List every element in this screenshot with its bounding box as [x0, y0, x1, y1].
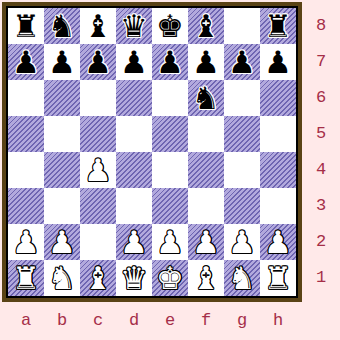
board-frame: ♜♞♝♛♚♝♜♟♟♟♟♟♟♟♟♞♟♟♟♟♟♟♟♟♜♞♝♛♚♝♞♜: [2, 2, 302, 302]
rank-label-6: 6: [304, 80, 338, 116]
square-e1[interactable]: ♚: [152, 260, 188, 296]
rank-labels: 87654321: [304, 8, 338, 296]
square-f3[interactable]: [188, 188, 224, 224]
file-label-g: g: [224, 306, 260, 336]
black-pawn-icon[interactable]: ♟: [12, 44, 40, 80]
file-label-e: e: [152, 306, 188, 336]
rank-label-4: 4: [304, 152, 338, 188]
board-grid: ♜♞♝♛♚♝♜♟♟♟♟♟♟♟♟♞♟♟♟♟♟♟♟♟♜♞♝♛♚♝♞♜: [8, 8, 296, 296]
black-knight-icon[interactable]: ♞: [192, 80, 220, 116]
square-g6[interactable]: [224, 80, 260, 116]
black-pawn-icon[interactable]: ♟: [228, 44, 256, 80]
white-pawn-icon[interactable]: ♟: [84, 152, 112, 188]
square-h5[interactable]: [260, 116, 296, 152]
white-pawn-icon[interactable]: ♟: [264, 224, 292, 260]
square-h1[interactable]: ♜: [260, 260, 296, 296]
square-b8[interactable]: ♞: [44, 8, 80, 44]
black-pawn-icon[interactable]: ♟: [156, 44, 184, 80]
square-d5[interactable]: [116, 116, 152, 152]
white-pawn-icon[interactable]: ♟: [48, 224, 76, 260]
square-a7[interactable]: ♟: [8, 44, 44, 80]
square-f2[interactable]: ♟: [188, 224, 224, 260]
square-a4[interactable]: [8, 152, 44, 188]
black-queen-icon[interactable]: ♛: [120, 8, 148, 44]
square-b7[interactable]: ♟: [44, 44, 80, 80]
white-pawn-icon[interactable]: ♟: [12, 224, 40, 260]
square-d7[interactable]: ♟: [116, 44, 152, 80]
square-c4[interactable]: ♟: [80, 152, 116, 188]
file-label-a: a: [8, 306, 44, 336]
square-f5[interactable]: [188, 116, 224, 152]
square-f7[interactable]: ♟: [188, 44, 224, 80]
square-g3[interactable]: [224, 188, 260, 224]
rank-label-2: 2: [304, 224, 338, 260]
black-pawn-icon[interactable]: ♟: [84, 44, 112, 80]
square-a5[interactable]: [8, 116, 44, 152]
square-h2[interactable]: ♟: [260, 224, 296, 260]
white-pawn-icon[interactable]: ♟: [156, 224, 184, 260]
square-g8[interactable]: [224, 8, 260, 44]
square-e3[interactable]: [152, 188, 188, 224]
rank-label-7: 7: [304, 44, 338, 80]
black-pawn-icon[interactable]: ♟: [192, 44, 220, 80]
black-rook-icon[interactable]: ♜: [12, 8, 40, 44]
file-label-f: f: [188, 306, 224, 336]
square-c6[interactable]: [80, 80, 116, 116]
black-pawn-icon[interactable]: ♟: [264, 44, 292, 80]
white-king-icon[interactable]: ♚: [156, 260, 184, 296]
square-a1[interactable]: ♜: [8, 260, 44, 296]
square-f1[interactable]: ♝: [188, 260, 224, 296]
square-h3[interactable]: [260, 188, 296, 224]
square-h4[interactable]: [260, 152, 296, 188]
file-label-h: h: [260, 306, 296, 336]
square-b3[interactable]: [44, 188, 80, 224]
square-e5[interactable]: [152, 116, 188, 152]
square-c3[interactable]: [80, 188, 116, 224]
white-bishop-icon[interactable]: ♝: [84, 260, 112, 296]
white-bishop-icon[interactable]: ♝: [192, 260, 220, 296]
square-h6[interactable]: [260, 80, 296, 116]
square-g7[interactable]: ♟: [224, 44, 260, 80]
rank-label-8: 8: [304, 8, 338, 44]
black-king-icon[interactable]: ♚: [156, 8, 184, 44]
square-d3[interactable]: [116, 188, 152, 224]
white-rook-icon[interactable]: ♜: [264, 260, 292, 296]
rank-label-5: 5: [304, 116, 338, 152]
white-queen-icon[interactable]: ♛: [120, 260, 148, 296]
file-labels: abcdefgh: [8, 306, 296, 336]
white-pawn-icon[interactable]: ♟: [228, 224, 256, 260]
square-c1[interactable]: ♝: [80, 260, 116, 296]
square-b5[interactable]: [44, 116, 80, 152]
square-e7[interactable]: ♟: [152, 44, 188, 80]
square-e8[interactable]: ♚: [152, 8, 188, 44]
file-label-b: b: [44, 306, 80, 336]
board-inner-frame: ♜♞♝♛♚♝♜♟♟♟♟♟♟♟♟♞♟♟♟♟♟♟♟♟♜♞♝♛♚♝♞♜: [6, 6, 298, 298]
square-a2[interactable]: ♟: [8, 224, 44, 260]
white-rook-icon[interactable]: ♜: [12, 260, 40, 296]
square-f6[interactable]: ♞: [188, 80, 224, 116]
square-g1[interactable]: ♞: [224, 260, 260, 296]
file-label-c: c: [80, 306, 116, 336]
rank-label-3: 3: [304, 188, 338, 224]
square-d6[interactable]: [116, 80, 152, 116]
square-c7[interactable]: ♟: [80, 44, 116, 80]
chess-board-screen: ♜♞♝♛♚♝♜♟♟♟♟♟♟♟♟♞♟♟♟♟♟♟♟♟♜♞♝♛♚♝♞♜ 8765432…: [0, 0, 340, 340]
square-f4[interactable]: [188, 152, 224, 188]
square-h8[interactable]: ♜: [260, 8, 296, 44]
square-f8[interactable]: ♝: [188, 8, 224, 44]
black-rook-icon[interactable]: ♜: [264, 8, 292, 44]
square-e4[interactable]: [152, 152, 188, 188]
square-c2[interactable]: [80, 224, 116, 260]
black-bishop-icon[interactable]: ♝: [84, 8, 112, 44]
square-d2[interactable]: ♟: [116, 224, 152, 260]
square-a6[interactable]: [8, 80, 44, 116]
square-e6[interactable]: [152, 80, 188, 116]
white-pawn-icon[interactable]: ♟: [120, 224, 148, 260]
file-label-d: d: [116, 306, 152, 336]
square-g2[interactable]: ♟: [224, 224, 260, 260]
rank-label-1: 1: [304, 260, 338, 296]
square-e2[interactable]: ♟: [152, 224, 188, 260]
square-b6[interactable]: [44, 80, 80, 116]
square-g4[interactable]: [224, 152, 260, 188]
white-knight-icon[interactable]: ♞: [228, 260, 256, 296]
square-h7[interactable]: ♟: [260, 44, 296, 80]
square-b1[interactable]: ♞: [44, 260, 80, 296]
square-d8[interactable]: ♛: [116, 8, 152, 44]
square-a8[interactable]: ♜: [8, 8, 44, 44]
black-knight-icon[interactable]: ♞: [48, 8, 76, 44]
black-pawn-icon[interactable]: ♟: [120, 44, 148, 80]
square-c5[interactable]: [80, 116, 116, 152]
white-knight-icon[interactable]: ♞: [48, 260, 76, 296]
square-b4[interactable]: [44, 152, 80, 188]
square-g5[interactable]: [224, 116, 260, 152]
square-c8[interactable]: ♝: [80, 8, 116, 44]
square-d4[interactable]: [116, 152, 152, 188]
white-pawn-icon[interactable]: ♟: [192, 224, 220, 260]
square-a3[interactable]: [8, 188, 44, 224]
square-b2[interactable]: ♟: [44, 224, 80, 260]
black-pawn-icon[interactable]: ♟: [48, 44, 76, 80]
square-d1[interactable]: ♛: [116, 260, 152, 296]
black-bishop-icon[interactable]: ♝: [192, 8, 220, 44]
